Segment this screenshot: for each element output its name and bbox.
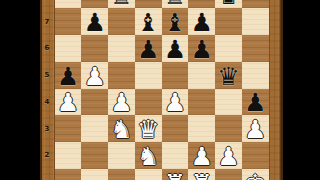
square-e4: ♟ [162, 89, 189, 116]
square-c7 [108, 8, 135, 35]
square-a5: ♟ [55, 62, 82, 89]
piece-white-knight: ♞ [110, 117, 132, 142]
rank-label-4: 4 [42, 98, 52, 106]
square-g8: ♚ [215, 0, 242, 8]
square-b7: ♟ [81, 8, 108, 35]
piece-black-bishop: ♝ [137, 10, 159, 35]
square-f6: ♟ [188, 35, 215, 62]
square-a1 [55, 169, 82, 180]
square-f2: ♟ [188, 142, 215, 169]
square-h5 [242, 62, 269, 89]
square-e1: ♜ [162, 169, 189, 180]
square-a6 [55, 35, 82, 62]
rank-label-3: 3 [42, 125, 52, 133]
square-h6 [242, 35, 269, 62]
square-b5: ♟ [81, 62, 108, 89]
piece-black-pawn: ♟ [244, 90, 266, 115]
square-c2 [108, 142, 135, 169]
square-e7: ♝ [162, 8, 189, 35]
square-b6 [81, 35, 108, 62]
square-g7 [215, 8, 242, 35]
square-d4 [135, 89, 162, 116]
square-a2 [55, 142, 82, 169]
piece-black-queen: ♛ [217, 64, 239, 89]
square-h7 [242, 8, 269, 35]
square-c8: ♜ [108, 0, 135, 8]
square-f8 [188, 0, 215, 8]
square-e6: ♟ [162, 35, 189, 62]
piece-black-rook: ♜ [110, 0, 132, 8]
square-e2 [162, 142, 189, 169]
piece-white-king: ♚ [244, 171, 266, 180]
rank-label-2: 2 [42, 151, 52, 159]
rank-label-5: 5 [42, 71, 52, 79]
square-c4: ♟ [108, 89, 135, 116]
piece-black-pawn: ♟ [83, 10, 105, 35]
square-d2: ♞ [135, 142, 162, 169]
piece-black-pawn: ♟ [137, 37, 159, 62]
square-b8 [81, 0, 108, 8]
piece-white-pawn: ♟ [110, 90, 132, 115]
square-f3 [188, 115, 215, 142]
piece-black-king: ♚ [217, 0, 239, 8]
square-h2 [242, 142, 269, 169]
square-e5 [162, 62, 189, 89]
square-a3 [55, 115, 82, 142]
piece-black-pawn: ♟ [164, 37, 186, 62]
square-d7: ♝ [135, 8, 162, 35]
piece-white-rook: ♜ [190, 171, 212, 180]
rank-label-6: 6 [42, 44, 52, 52]
square-c6 [108, 35, 135, 62]
piece-white-knight: ♞ [137, 144, 159, 169]
square-f4 [188, 89, 215, 116]
piece-white-queen: ♛ [137, 117, 159, 142]
square-b1 [81, 169, 108, 180]
piece-white-rook: ♜ [164, 171, 186, 180]
piece-black-pawn: ♟ [190, 10, 212, 35]
square-e3 [162, 115, 189, 142]
square-e8: ♜ [162, 0, 189, 8]
piece-white-pawn: ♟ [244, 117, 266, 142]
piece-white-pawn: ♟ [83, 64, 105, 89]
piece-black-rook: ♜ [164, 0, 186, 8]
square-c1 [108, 169, 135, 180]
video-frame: ♜♜♚♟♝♝♟♟♟♟♟♟♛♟♟♟♟♞♛♟♞♟♟♜♜♚ 765432 [0, 0, 320, 180]
square-a7 [55, 8, 82, 35]
rank-label-7: 7 [42, 18, 52, 26]
square-d3: ♛ [135, 115, 162, 142]
square-b3 [81, 115, 108, 142]
piece-black-pawn: ♟ [57, 64, 79, 89]
square-h4: ♟ [242, 89, 269, 116]
square-b2 [81, 142, 108, 169]
square-b4 [81, 89, 108, 116]
square-f1: ♜ [188, 169, 215, 180]
square-c5 [108, 62, 135, 89]
square-h1: ♚ [242, 169, 269, 180]
square-g2: ♟ [215, 142, 242, 169]
piece-white-pawn: ♟ [57, 90, 79, 115]
chess-board: ♜♜♚♟♝♝♟♟♟♟♟♟♛♟♟♟♟♞♛♟♞♟♟♜♜♚ [55, 0, 269, 180]
square-h3: ♟ [242, 115, 269, 142]
square-d6: ♟ [135, 35, 162, 62]
square-f5 [188, 62, 215, 89]
square-g3 [215, 115, 242, 142]
piece-white-pawn: ♟ [164, 90, 186, 115]
square-g5: ♛ [215, 62, 242, 89]
piece-white-pawn: ♟ [217, 144, 239, 169]
square-c3: ♞ [108, 115, 135, 142]
square-f7: ♟ [188, 8, 215, 35]
piece-black-pawn: ♟ [190, 37, 212, 62]
square-a4: ♟ [55, 89, 82, 116]
piece-white-pawn: ♟ [190, 144, 212, 169]
square-d8 [135, 0, 162, 8]
square-g4 [215, 89, 242, 116]
square-h8 [242, 0, 269, 8]
square-g6 [215, 35, 242, 62]
square-d5 [135, 62, 162, 89]
square-a8 [55, 0, 82, 8]
piece-black-bishop: ♝ [164, 10, 186, 35]
